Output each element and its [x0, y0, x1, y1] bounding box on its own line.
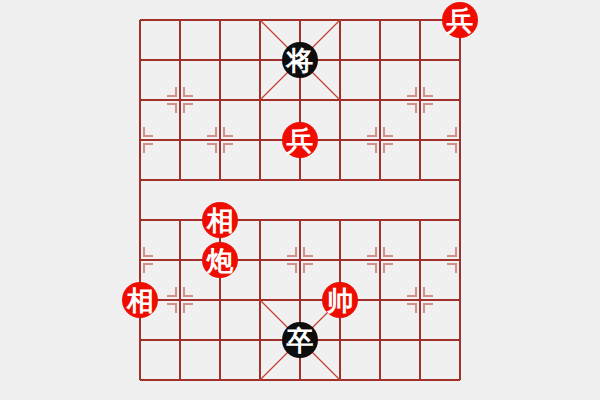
- red-elephant-2[interactable]: 相: [122, 282, 158, 318]
- red-soldier-1[interactable]: 兵: [442, 2, 478, 38]
- xiangqi-app: 兵将兵相炮相帅卒: [0, 0, 600, 400]
- red-elephant-1[interactable]: 相: [202, 202, 238, 238]
- red-soldier-2[interactable]: 兵: [282, 122, 318, 158]
- board-points: 兵将兵相炮相帅卒: [120, 0, 480, 400]
- red-general[interactable]: 帅: [322, 282, 358, 318]
- black-soldier[interactable]: 卒: [282, 322, 318, 358]
- xiangqi-board: 兵将兵相炮相帅卒: [0, 0, 600, 400]
- black-general[interactable]: 将: [282, 42, 318, 78]
- red-cannon[interactable]: 炮: [202, 242, 238, 278]
